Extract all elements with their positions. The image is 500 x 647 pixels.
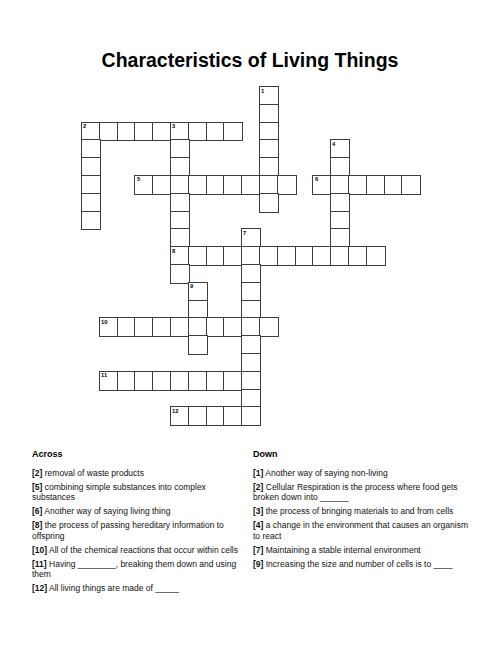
grid-cell[interactable] <box>171 372 189 390</box>
empty-cell <box>385 390 403 408</box>
empty-cell <box>349 265 367 283</box>
empty-cell <box>100 390 118 408</box>
empty-cell <box>242 123 260 141</box>
empty-cell <box>260 407 278 425</box>
empty-cell <box>260 390 278 408</box>
empty-cell <box>331 87 349 105</box>
empty-cell <box>402 158 420 176</box>
grid-cell[interactable] <box>260 176 278 194</box>
grid-cell[interactable] <box>189 301 207 319</box>
empty-cell <box>313 336 331 354</box>
grid-cell[interactable] <box>260 194 278 212</box>
cell-number: 3 <box>172 123 175 128</box>
empty-cell <box>118 336 136 354</box>
empty-cell <box>278 158 296 176</box>
grid-cell[interactable] <box>189 247 207 265</box>
empty-cell <box>278 87 296 105</box>
empty-cell <box>349 194 367 212</box>
empty-cell <box>278 140 296 158</box>
empty-cell <box>153 301 171 319</box>
cell-number: 7 <box>243 230 246 235</box>
empty-cell <box>385 247 403 265</box>
empty-cell <box>118 87 136 105</box>
empty-cell <box>385 407 403 425</box>
grid-cell[interactable] <box>242 247 260 265</box>
grid-cell[interactable] <box>331 158 349 176</box>
grid-cell[interactable] <box>242 336 260 354</box>
down-clue-list: [1] Another way of saying non-living[2] … <box>253 468 474 570</box>
grid-cell[interactable] <box>207 247 225 265</box>
grid-cell[interactable]: 9 <box>189 283 207 301</box>
empty-cell <box>331 407 349 425</box>
empty-cell <box>349 407 367 425</box>
empty-cell <box>296 354 314 372</box>
empty-cell <box>349 105 367 123</box>
empty-cell <box>242 194 260 212</box>
grid-cell[interactable] <box>367 176 385 194</box>
clue-item: [6] Another way of saying living thing <box>32 506 244 517</box>
cell-number: 9 <box>190 283 193 288</box>
grid-cell[interactable] <box>82 158 100 176</box>
empty-cell <box>100 336 118 354</box>
empty-cell <box>349 87 367 105</box>
empty-cell <box>278 123 296 141</box>
empty-cell <box>118 158 136 176</box>
grid-cell[interactable] <box>331 176 349 194</box>
empty-cell <box>118 354 136 372</box>
empty-cell <box>331 318 349 336</box>
empty-cell <box>260 301 278 319</box>
empty-cell <box>189 87 207 105</box>
empty-cell <box>385 336 403 354</box>
grid-cell[interactable] <box>278 247 296 265</box>
empty-cell <box>153 265 171 283</box>
empty-cell <box>118 140 136 158</box>
empty-cell <box>331 265 349 283</box>
grid-cell[interactable] <box>242 372 260 390</box>
clue-item: [4] a change in the environment that cau… <box>253 520 474 541</box>
empty-cell <box>242 212 260 230</box>
empty-cell <box>189 265 207 283</box>
empty-cell <box>171 301 189 319</box>
empty-cell <box>207 140 225 158</box>
empty-cell <box>171 336 189 354</box>
empty-cell <box>224 354 242 372</box>
empty-cell <box>313 212 331 230</box>
empty-cell <box>100 283 118 301</box>
empty-cell <box>367 354 385 372</box>
grid-cell[interactable]: 10 <box>100 318 118 336</box>
empty-cell <box>278 229 296 247</box>
empty-cell <box>207 283 225 301</box>
empty-cell <box>82 318 100 336</box>
empty-cell <box>118 229 136 247</box>
empty-cell <box>100 407 118 425</box>
grid-cell[interactable] <box>224 372 242 390</box>
empty-cell <box>296 318 314 336</box>
empty-cell <box>349 283 367 301</box>
grid-cell[interactable] <box>207 176 225 194</box>
empty-cell <box>100 301 118 319</box>
empty-cell <box>82 247 100 265</box>
empty-cell <box>385 283 403 301</box>
empty-cell <box>100 105 118 123</box>
empty-cell <box>313 194 331 212</box>
grid-cell[interactable] <box>224 123 242 141</box>
cell-number: 2 <box>83 123 86 128</box>
empty-cell <box>189 105 207 123</box>
empty-cell <box>189 158 207 176</box>
grid-cell[interactable] <box>82 140 100 158</box>
grid-cell[interactable] <box>171 212 189 230</box>
grid-cell[interactable] <box>171 265 189 283</box>
empty-cell <box>260 354 278 372</box>
empty-cell <box>135 105 153 123</box>
cell-number: 4 <box>332 141 335 146</box>
grid-cell[interactable] <box>331 247 349 265</box>
clue-number: [6] <box>32 506 42 516</box>
empty-cell <box>367 158 385 176</box>
empty-cell <box>207 265 225 283</box>
cell-number: 1 <box>261 88 264 93</box>
empty-cell <box>349 390 367 408</box>
grid-cell[interactable] <box>260 140 278 158</box>
grid-cell[interactable]: 8 <box>171 247 189 265</box>
empty-cell <box>207 87 225 105</box>
page-title: Characteristics of Living Things <box>0 49 500 72</box>
grid-cell[interactable]: 5 <box>135 176 153 194</box>
cell-number: 12 <box>172 408 178 413</box>
empty-cell <box>189 212 207 230</box>
grid-cell[interactable] <box>260 105 278 123</box>
empty-cell <box>367 318 385 336</box>
empty-cell <box>189 194 207 212</box>
grid-cell[interactable] <box>224 176 242 194</box>
empty-cell <box>331 105 349 123</box>
grid-cell[interactable] <box>153 372 171 390</box>
empty-cell <box>118 265 136 283</box>
empty-cell <box>402 229 420 247</box>
grid-cell[interactable] <box>189 372 207 390</box>
empty-cell <box>224 336 242 354</box>
empty-cell <box>313 123 331 141</box>
empty-cell <box>296 105 314 123</box>
grid-cell[interactable] <box>189 176 207 194</box>
empty-cell <box>385 301 403 319</box>
grid-cell[interactable] <box>242 390 260 408</box>
empty-cell <box>189 140 207 158</box>
empty-cell <box>207 301 225 319</box>
grid-cell[interactable] <box>189 123 207 141</box>
empty-cell <box>385 354 403 372</box>
empty-cell <box>153 229 171 247</box>
grid-cell[interactable] <box>242 354 260 372</box>
grid-cell[interactable] <box>224 318 242 336</box>
grid-cell[interactable] <box>153 123 171 141</box>
empty-cell <box>402 283 420 301</box>
grid-cell[interactable] <box>153 176 171 194</box>
grid-cell[interactable] <box>207 372 225 390</box>
empty-cell <box>118 247 136 265</box>
grid-cell[interactable] <box>224 407 242 425</box>
clue-item: [2] Cellular Respiration is the process … <box>253 482 474 503</box>
empty-cell <box>402 318 420 336</box>
empty-cell <box>135 212 153 230</box>
empty-cell <box>224 158 242 176</box>
empty-cell <box>278 372 296 390</box>
empty-cell <box>402 247 420 265</box>
empty-cell <box>224 283 242 301</box>
grid-cell[interactable] <box>385 176 403 194</box>
grid-cell[interactable] <box>171 140 189 158</box>
grid-cell[interactable] <box>260 247 278 265</box>
empty-cell <box>331 283 349 301</box>
empty-cell <box>296 390 314 408</box>
cell-number: 11 <box>101 372 107 377</box>
grid-cell[interactable] <box>189 407 207 425</box>
empty-cell <box>100 354 118 372</box>
grid-cell[interactable] <box>402 176 420 194</box>
empty-cell <box>100 176 118 194</box>
grid-cell[interactable]: 4 <box>331 140 349 158</box>
empty-cell <box>224 301 242 319</box>
empty-cell <box>349 229 367 247</box>
grid-cell[interactable] <box>260 318 278 336</box>
empty-cell <box>367 194 385 212</box>
empty-cell <box>296 176 314 194</box>
empty-cell <box>242 87 260 105</box>
empty-cell <box>367 336 385 354</box>
empty-cell <box>171 87 189 105</box>
grid-cell[interactable] <box>118 318 136 336</box>
grid-cell[interactable] <box>82 212 100 230</box>
empty-cell <box>260 229 278 247</box>
clue-number: [1] <box>253 468 263 478</box>
empty-cell <box>100 140 118 158</box>
empty-cell <box>402 265 420 283</box>
clue-number: [4] <box>253 520 263 530</box>
empty-cell <box>349 212 367 230</box>
grid-cell[interactable] <box>242 301 260 319</box>
empty-cell <box>385 372 403 390</box>
clue-number: [9] <box>253 559 263 569</box>
grid-cell[interactable] <box>242 176 260 194</box>
clue-item: [3] the process of bringing materials to… <box>253 506 474 517</box>
clue-item: [11] Having ________, breaking them down… <box>32 559 244 580</box>
grid-cell[interactable] <box>118 123 136 141</box>
clue-item: [7] Maintaining a stable internal enviro… <box>253 545 474 556</box>
empty-cell <box>171 354 189 372</box>
grid-cell[interactable] <box>349 176 367 194</box>
empty-cell <box>260 265 278 283</box>
empty-cell <box>296 265 314 283</box>
empty-cell <box>278 336 296 354</box>
empty-cell <box>313 354 331 372</box>
empty-cell <box>207 336 225 354</box>
empty-cell <box>82 105 100 123</box>
grid-cell[interactable]: 2 <box>82 123 100 141</box>
grid-cell[interactable] <box>260 158 278 176</box>
empty-cell <box>278 318 296 336</box>
grid-cell[interactable] <box>367 247 385 265</box>
empty-cell <box>260 372 278 390</box>
grid-cell[interactable] <box>207 123 225 141</box>
empty-cell <box>207 105 225 123</box>
grid-cell[interactable] <box>331 212 349 230</box>
clue-item: [10] All of the chemical reactions that … <box>32 545 244 556</box>
empty-cell <box>296 212 314 230</box>
empty-cell <box>402 194 420 212</box>
empty-cell <box>278 265 296 283</box>
empty-cell <box>118 301 136 319</box>
grid-cell[interactable] <box>296 247 314 265</box>
empty-cell <box>313 105 331 123</box>
empty-cell <box>331 301 349 319</box>
grid-cell[interactable] <box>171 176 189 194</box>
grid-cell[interactable] <box>171 158 189 176</box>
empty-cell <box>402 212 420 230</box>
grid-cell[interactable] <box>135 372 153 390</box>
empty-cell <box>385 265 403 283</box>
empty-cell <box>296 140 314 158</box>
grid-cell[interactable]: 12 <box>171 407 189 425</box>
grid-cell[interactable]: 1 <box>260 87 278 105</box>
grid-cell[interactable]: 7 <box>242 229 260 247</box>
empty-cell <box>349 336 367 354</box>
cell-number: 5 <box>137 176 140 181</box>
empty-cell <box>153 336 171 354</box>
clue-number: [12] <box>32 583 47 593</box>
grid-cell[interactable] <box>171 229 189 247</box>
empty-cell <box>349 123 367 141</box>
empty-cell <box>296 158 314 176</box>
clue-item: [8] the process of passing hereditary in… <box>32 520 244 541</box>
across-clue-list: [2] removal of waste products[5] combini… <box>32 468 244 594</box>
empty-cell <box>135 265 153 283</box>
empty-cell <box>118 212 136 230</box>
empty-cell <box>100 87 118 105</box>
empty-cell <box>278 301 296 319</box>
empty-cell <box>367 229 385 247</box>
empty-cell <box>135 247 153 265</box>
clue-item: [1] Another way of saying non-living <box>253 468 474 479</box>
grid-cell[interactable] <box>331 194 349 212</box>
empty-cell <box>153 354 171 372</box>
empty-cell <box>313 372 331 390</box>
grid-cell[interactable] <box>118 372 136 390</box>
empty-cell <box>296 194 314 212</box>
empty-cell <box>207 390 225 408</box>
grid-cell[interactable] <box>189 336 207 354</box>
grid-cell[interactable] <box>207 407 225 425</box>
empty-cell <box>224 229 242 247</box>
empty-cell <box>367 87 385 105</box>
cell-number: 6 <box>315 176 318 181</box>
empty-cell <box>82 301 100 319</box>
empty-cell <box>296 301 314 319</box>
empty-cell <box>100 265 118 283</box>
empty-cell <box>100 229 118 247</box>
grid-cell[interactable] <box>349 247 367 265</box>
empty-cell <box>135 229 153 247</box>
empty-cell <box>153 407 171 425</box>
empty-cell <box>313 87 331 105</box>
grid-cell[interactable] <box>153 318 171 336</box>
grid-cell[interactable] <box>171 318 189 336</box>
empty-cell <box>313 140 331 158</box>
crossword-grid: 123456789101112 <box>82 87 420 425</box>
empty-cell <box>135 87 153 105</box>
grid-cell[interactable] <box>207 318 225 336</box>
empty-cell <box>385 194 403 212</box>
grid-cell[interactable] <box>242 318 260 336</box>
empty-cell <box>385 212 403 230</box>
empty-cell <box>385 105 403 123</box>
grid-cell[interactable]: 11 <box>100 372 118 390</box>
empty-cell <box>82 372 100 390</box>
empty-cell <box>153 87 171 105</box>
empty-cell <box>224 212 242 230</box>
grid-cell[interactable]: 6 <box>313 176 331 194</box>
clue-number: [2] <box>32 468 42 478</box>
empty-cell <box>171 105 189 123</box>
across-clues-section: Across [2] removal of waste products[5] … <box>32 449 244 597</box>
grid-cell[interactable] <box>278 176 296 194</box>
empty-cell <box>118 283 136 301</box>
grid-cell[interactable] <box>189 318 207 336</box>
empty-cell <box>367 372 385 390</box>
empty-cell <box>100 212 118 230</box>
empty-cell <box>313 265 331 283</box>
empty-cell <box>402 140 420 158</box>
empty-cell <box>82 336 100 354</box>
clue-number: [10] <box>32 545 47 555</box>
grid-cell[interactable] <box>135 123 153 141</box>
grid-cell[interactable]: 3 <box>171 123 189 141</box>
empty-cell <box>385 87 403 105</box>
grid-cell[interactable] <box>260 123 278 141</box>
empty-cell <box>207 194 225 212</box>
empty-cell <box>385 318 403 336</box>
empty-cell <box>135 336 153 354</box>
crossword-page: Characteristics of Living Things 1234567… <box>0 0 500 647</box>
empty-cell <box>207 354 225 372</box>
grid-cell[interactable] <box>242 283 260 301</box>
empty-cell <box>153 105 171 123</box>
empty-cell <box>242 105 260 123</box>
empty-cell <box>118 105 136 123</box>
empty-cell <box>278 407 296 425</box>
empty-cell <box>135 158 153 176</box>
empty-cell <box>100 194 118 212</box>
cell-number: 10 <box>101 319 107 324</box>
grid-cell[interactable] <box>242 407 260 425</box>
grid-cell[interactable] <box>224 247 242 265</box>
clue-item: [9] Increasing the size and number of ce… <box>253 559 474 570</box>
grid-cell[interactable] <box>313 247 331 265</box>
empty-cell <box>153 283 171 301</box>
grid-cell[interactable] <box>100 123 118 141</box>
empty-cell <box>153 158 171 176</box>
grid-cell[interactable] <box>135 318 153 336</box>
empty-cell <box>135 194 153 212</box>
grid-cell[interactable] <box>171 194 189 212</box>
grid-cell[interactable] <box>82 194 100 212</box>
grid-cell[interactable] <box>242 265 260 283</box>
empty-cell <box>82 283 100 301</box>
grid-cell[interactable] <box>331 229 349 247</box>
grid-cell[interactable] <box>82 176 100 194</box>
